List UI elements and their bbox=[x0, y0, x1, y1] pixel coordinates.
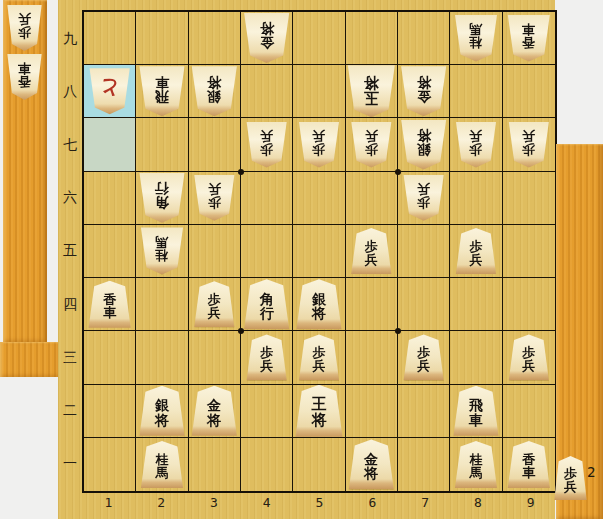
rank-label-五: 五 bbox=[58, 225, 82, 278]
piece-kanji: 歩兵 bbox=[469, 240, 482, 267]
piece-kanji: 金将 bbox=[207, 398, 221, 427]
square-7五[interactable] bbox=[398, 225, 450, 278]
file-coordinates: 123456789 bbox=[82, 492, 557, 512]
square-5二[interactable]: 王将 bbox=[293, 385, 345, 438]
piece-kanji: 歩兵 bbox=[260, 346, 273, 373]
piece-kanji: 玉将 bbox=[364, 74, 379, 105]
file-label-6: 6 bbox=[346, 492, 399, 512]
piece-歩兵-sente[interactable]: 歩兵 bbox=[246, 122, 287, 168]
square-8一[interactable]: 桂馬 bbox=[450, 438, 502, 491]
file-label-7: 7 bbox=[399, 492, 452, 512]
square-3七[interactable] bbox=[189, 118, 241, 171]
square-7七[interactable]: 銀将 bbox=[398, 118, 450, 171]
square-5七[interactable]: 歩兵 bbox=[293, 118, 345, 171]
piece-歩兵-gote[interactable]: 歩兵 bbox=[455, 228, 496, 274]
piece-歩兵-sente[interactable]: 歩兵 bbox=[194, 175, 235, 221]
piece-kanji: 歩兵 bbox=[417, 182, 430, 209]
square-8八[interactable] bbox=[450, 65, 502, 118]
piece-歩兵-gote[interactable]: 歩兵 bbox=[246, 334, 287, 380]
square-7四[interactable] bbox=[398, 278, 450, 331]
piece-kanji: 歩兵 bbox=[18, 12, 31, 39]
piece-金将-gote[interactable]: 金将 bbox=[348, 439, 394, 489]
piece-kanji: 歩兵 bbox=[208, 182, 221, 209]
square-1五[interactable] bbox=[84, 225, 136, 278]
square-7三[interactable]: 歩兵 bbox=[398, 331, 450, 384]
piece-kanji: 歩兵 bbox=[208, 293, 221, 320]
piece-kanji: 金将 bbox=[364, 452, 378, 481]
piece-金将-gote[interactable]: 金将 bbox=[191, 386, 237, 436]
piece-kanji: 金将 bbox=[417, 75, 431, 104]
square-7六[interactable]: 歩兵 bbox=[398, 172, 450, 225]
square-9八[interactable] bbox=[503, 65, 555, 118]
piece-香車-sente[interactable]: 香車 bbox=[507, 15, 550, 62]
piece-kanji: 香車 bbox=[522, 22, 535, 49]
piece-kanji: 角行 bbox=[155, 181, 169, 210]
square-2三[interactable] bbox=[136, 331, 188, 384]
piece-kanji: 歩兵 bbox=[522, 346, 535, 373]
rank-label-七: 七 bbox=[58, 118, 82, 171]
square-5三[interactable]: 歩兵 bbox=[293, 331, 345, 384]
square-4六[interactable] bbox=[241, 172, 293, 225]
piece-と-sente[interactable]: と bbox=[89, 68, 130, 114]
square-2一[interactable]: 桂馬 bbox=[136, 438, 188, 491]
square-8九[interactable]: 桂馬 bbox=[450, 12, 502, 65]
piece-香車-gote[interactable]: 香車 bbox=[88, 281, 131, 328]
piece-歩兵-gote[interactable]: 歩兵 bbox=[298, 334, 339, 380]
komadai-sente-foot bbox=[0, 342, 62, 377]
square-1一[interactable] bbox=[84, 438, 136, 491]
square-8五[interactable]: 歩兵 bbox=[450, 225, 502, 278]
piece-kanji: 歩兵 bbox=[312, 346, 325, 373]
square-6四[interactable] bbox=[346, 278, 398, 331]
file-label-9: 9 bbox=[504, 492, 557, 512]
piece-kanji: 歩兵 bbox=[417, 346, 430, 373]
square-4三[interactable]: 歩兵 bbox=[241, 331, 293, 384]
rank-label-四: 四 bbox=[58, 278, 82, 331]
piece-歩兵-sente[interactable]: 歩兵 bbox=[351, 122, 392, 168]
star-point bbox=[238, 169, 244, 175]
piece-歩兵-sente[interactable]: 歩兵 bbox=[403, 175, 444, 221]
file-label-2: 2 bbox=[135, 492, 188, 512]
piece-香車-gote[interactable]: 香車 bbox=[507, 441, 550, 488]
square-3五[interactable] bbox=[189, 225, 241, 278]
piece-桂馬-sente[interactable]: 桂馬 bbox=[140, 227, 183, 274]
board-panel: 九八七六五四三二一 金将桂馬香車と飛車銀将玉将金将歩兵歩兵歩兵銀将歩兵歩兵角行歩… bbox=[58, 0, 555, 519]
file-label-5: 5 bbox=[293, 492, 346, 512]
square-4二[interactable] bbox=[241, 385, 293, 438]
piece-歩兵-sente[interactable]: 歩兵 bbox=[455, 122, 496, 168]
file-label-1: 1 bbox=[82, 492, 135, 512]
piece-kanji: 飛車 bbox=[469, 398, 483, 427]
square-9四[interactable] bbox=[503, 278, 555, 331]
piece-桂馬-gote[interactable]: 桂馬 bbox=[454, 441, 497, 488]
piece-桂馬-gote[interactable]: 桂馬 bbox=[140, 441, 183, 488]
piece-kanji: 歩兵 bbox=[365, 129, 378, 156]
square-4九[interactable]: 金将 bbox=[241, 12, 293, 65]
square-2二[interactable]: 銀将 bbox=[136, 385, 188, 438]
square-3八[interactable]: 銀将 bbox=[189, 65, 241, 118]
square-9一[interactable]: 香車 bbox=[503, 438, 555, 491]
square-1三[interactable] bbox=[84, 331, 136, 384]
piece-歩兵-sente[interactable]: 歩兵 bbox=[508, 122, 549, 168]
piece-歩兵-gote[interactable]: 歩兵 bbox=[403, 334, 444, 380]
square-3九[interactable] bbox=[189, 12, 241, 65]
hand-count-label: 2 bbox=[587, 464, 595, 480]
piece-歩兵-gote[interactable]: 歩兵 bbox=[554, 456, 587, 500]
star-point bbox=[395, 169, 401, 175]
square-9三[interactable]: 歩兵 bbox=[503, 331, 555, 384]
square-5四[interactable]: 銀将 bbox=[293, 278, 345, 331]
piece-kanji: 金将 bbox=[260, 21, 274, 50]
piece-金将-sente[interactable]: 金将 bbox=[401, 66, 447, 116]
square-7二[interactable] bbox=[398, 385, 450, 438]
square-6八[interactable]: 玉将 bbox=[346, 65, 398, 118]
square-3四[interactable]: 歩兵 bbox=[189, 278, 241, 331]
square-2六[interactable]: 角行 bbox=[136, 172, 188, 225]
star-point bbox=[395, 328, 401, 334]
square-4五[interactable] bbox=[241, 225, 293, 278]
rank-label-一: 一 bbox=[58, 438, 82, 491]
piece-歩兵-sente[interactable]: 歩兵 bbox=[7, 5, 42, 51]
komadai-gote: 2 歩兵 bbox=[556, 144, 603, 519]
file-label-3: 3 bbox=[188, 492, 241, 512]
square-7九[interactable] bbox=[398, 12, 450, 65]
piece-kanji: 銀将 bbox=[207, 75, 221, 104]
shogi-app: 歩兵香車 九八七六五四三二一 金将桂馬香車と飛車銀将玉将金将歩兵歩兵歩兵銀将歩兵… bbox=[0, 0, 603, 519]
square-6九[interactable] bbox=[346, 12, 398, 65]
piece-飛車-sente[interactable]: 飛車 bbox=[139, 66, 185, 116]
square-3一[interactable] bbox=[189, 438, 241, 491]
piece-王将-gote[interactable]: 王将 bbox=[295, 385, 343, 437]
square-4一[interactable] bbox=[241, 438, 293, 491]
rank-label-二: 二 bbox=[58, 385, 82, 438]
piece-金将-sente[interactable]: 金将 bbox=[244, 13, 290, 63]
piece-kanji: 角行 bbox=[260, 292, 274, 321]
rank-label-九: 九 bbox=[58, 12, 82, 65]
komadai-sente: 歩兵香車 bbox=[3, 0, 47, 342]
piece-kanji: 桂馬 bbox=[469, 453, 482, 480]
piece-銀将-sente[interactable]: 銀将 bbox=[191, 66, 237, 116]
square-2五[interactable]: 桂馬 bbox=[136, 225, 188, 278]
square-1二[interactable] bbox=[84, 385, 136, 438]
file-label-8: 8 bbox=[451, 492, 504, 512]
square-1六[interactable] bbox=[84, 172, 136, 225]
piece-kanji: 香車 bbox=[18, 61, 31, 88]
square-5九[interactable] bbox=[293, 12, 345, 65]
piece-香車-sente[interactable]: 香車 bbox=[7, 54, 42, 100]
square-9六[interactable] bbox=[503, 172, 555, 225]
piece-kanji: 王将 bbox=[311, 397, 326, 428]
square-9九[interactable]: 香車 bbox=[503, 12, 555, 65]
piece-桂馬-sente[interactable]: 桂馬 bbox=[454, 15, 497, 62]
square-6七[interactable]: 歩兵 bbox=[346, 118, 398, 171]
piece-歩兵-gote[interactable]: 歩兵 bbox=[351, 228, 392, 274]
square-7八[interactable]: 金将 bbox=[398, 65, 450, 118]
square-4四[interactable]: 角行 bbox=[241, 278, 293, 331]
square-2七[interactable] bbox=[136, 118, 188, 171]
piece-歩兵-gote[interactable]: 歩兵 bbox=[508, 334, 549, 380]
square-6三[interactable] bbox=[346, 331, 398, 384]
square-8四[interactable] bbox=[450, 278, 502, 331]
square-6一[interactable]: 金将 bbox=[346, 438, 398, 491]
square-5一[interactable] bbox=[293, 438, 345, 491]
rank-label-三: 三 bbox=[58, 331, 82, 384]
piece-kanji: 歩兵 bbox=[469, 129, 482, 156]
piece-kanji: 桂馬 bbox=[155, 453, 168, 480]
square-8七[interactable]: 歩兵 bbox=[450, 118, 502, 171]
square-9二[interactable] bbox=[503, 385, 555, 438]
square-1七[interactable] bbox=[84, 118, 136, 171]
square-8二[interactable]: 飛車 bbox=[450, 385, 502, 438]
piece-kanji: 歩兵 bbox=[312, 129, 325, 156]
square-2八[interactable]: 飛車 bbox=[136, 65, 188, 118]
square-8六[interactable] bbox=[450, 172, 502, 225]
square-2九[interactable] bbox=[136, 12, 188, 65]
piece-kanji: 銀将 bbox=[155, 398, 169, 427]
piece-銀将-gote[interactable]: 銀将 bbox=[296, 279, 342, 329]
piece-kanji: 銀将 bbox=[312, 292, 326, 321]
piece-歩兵-sente[interactable]: 歩兵 bbox=[298, 122, 339, 168]
piece-kanji: 歩兵 bbox=[365, 240, 378, 267]
square-2四[interactable] bbox=[136, 278, 188, 331]
square-6二[interactable] bbox=[346, 385, 398, 438]
square-7一[interactable] bbox=[398, 438, 450, 491]
square-6五[interactable]: 歩兵 bbox=[346, 225, 398, 278]
board-grid: 金将桂馬香車と飛車銀将玉将金将歩兵歩兵歩兵銀将歩兵歩兵角行歩兵歩兵桂馬歩兵歩兵香… bbox=[84, 12, 555, 491]
square-1八[interactable]: と bbox=[84, 65, 136, 118]
piece-kanji: 香車 bbox=[103, 293, 116, 320]
square-4八[interactable] bbox=[241, 65, 293, 118]
square-8三[interactable] bbox=[450, 331, 502, 384]
board-border: 金将桂馬香車と飛車銀将玉将金将歩兵歩兵歩兵銀将歩兵歩兵角行歩兵歩兵桂馬歩兵歩兵香… bbox=[82, 10, 557, 493]
square-1四[interactable]: 香車 bbox=[84, 278, 136, 331]
square-6六[interactable] bbox=[346, 172, 398, 225]
rank-label-八: 八 bbox=[58, 65, 82, 118]
piece-銀将-gote[interactable]: 銀将 bbox=[139, 386, 185, 436]
star-point bbox=[238, 328, 244, 334]
square-5八[interactable] bbox=[293, 65, 345, 118]
piece-kanji: と bbox=[99, 79, 119, 99]
piece-kanji: 桂馬 bbox=[469, 22, 482, 49]
square-1九[interactable] bbox=[84, 12, 136, 65]
square-3三[interactable] bbox=[189, 331, 241, 384]
piece-kanji: 飛車 bbox=[155, 75, 169, 104]
piece-kanji: 香車 bbox=[522, 453, 535, 480]
piece-玉将-sente[interactable]: 玉将 bbox=[347, 65, 395, 117]
square-3六[interactable]: 歩兵 bbox=[189, 172, 241, 225]
piece-kanji: 歩兵 bbox=[564, 467, 577, 494]
piece-kanji: 桂馬 bbox=[155, 235, 168, 262]
piece-kanji: 歩兵 bbox=[522, 129, 535, 156]
square-5六[interactable] bbox=[293, 172, 345, 225]
square-4七[interactable]: 歩兵 bbox=[241, 118, 293, 171]
square-3二[interactable]: 金将 bbox=[189, 385, 241, 438]
square-9七[interactable]: 歩兵 bbox=[503, 118, 555, 171]
file-label-4: 4 bbox=[240, 492, 293, 512]
rank-coordinates: 九八七六五四三二一 bbox=[58, 12, 82, 491]
piece-銀将-sente[interactable]: 銀将 bbox=[401, 120, 447, 170]
piece-kanji: 歩兵 bbox=[260, 129, 273, 156]
piece-飛車-gote[interactable]: 飛車 bbox=[453, 386, 499, 436]
rank-label-六: 六 bbox=[58, 172, 82, 225]
piece-kanji: 銀将 bbox=[417, 128, 431, 157]
piece-角行-gote[interactable]: 角行 bbox=[244, 279, 290, 329]
square-5五[interactable] bbox=[293, 225, 345, 278]
piece-歩兵-gote[interactable]: 歩兵 bbox=[194, 281, 235, 327]
piece-角行-sente[interactable]: 角行 bbox=[139, 173, 185, 223]
square-9五[interactable] bbox=[503, 225, 555, 278]
